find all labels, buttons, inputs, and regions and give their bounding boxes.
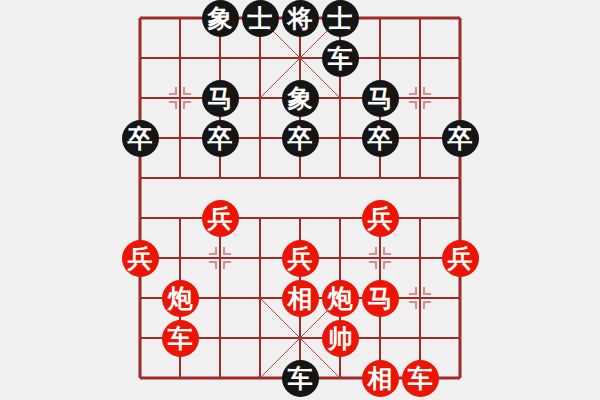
piece-black-horse[interactable]: 马 — [202, 80, 239, 117]
piece-black-advisor[interactable]: 士 — [242, 0, 279, 37]
board-point-7-3[interactable] — [400, 118, 440, 158]
board-point-0-8[interactable] — [120, 318, 160, 358]
board-point-5-0[interactable]: 士 — [320, 0, 360, 38]
board-point-7-1[interactable] — [400, 38, 440, 78]
board-point-7-5[interactable] — [400, 198, 440, 238]
board-point-2-3[interactable]: 卒 — [200, 118, 240, 158]
board-point-4-7[interactable]: 相 — [280, 278, 320, 318]
board-point-0-7[interactable] — [120, 278, 160, 318]
board-point-5-9[interactable] — [320, 358, 360, 398]
board-point-7-8[interactable] — [400, 318, 440, 358]
piece-black-elephant[interactable]: 象 — [202, 0, 239, 37]
board-point-1-6[interactable] — [160, 238, 200, 278]
board-point-4-1[interactable] — [280, 38, 320, 78]
board-point-1-9[interactable] — [160, 358, 200, 398]
board-point-3-6[interactable] — [240, 238, 280, 278]
board-point-0-9[interactable] — [120, 358, 160, 398]
board-point-8-6[interactable]: 兵 — [440, 238, 480, 278]
board-point-8-3[interactable]: 卒 — [440, 118, 480, 158]
board-point-8-1[interactable] — [440, 38, 480, 78]
board-point-1-7[interactable]: 炮 — [160, 278, 200, 318]
board-point-4-3[interactable]: 卒 — [280, 118, 320, 158]
piece-red-soldier[interactable]: 兵 — [442, 240, 479, 277]
piece-black-soldier[interactable]: 卒 — [282, 120, 319, 157]
board-point-1-5[interactable] — [160, 198, 200, 238]
board-point-0-1[interactable] — [120, 38, 160, 78]
piece-black-soldier[interactable]: 卒 — [202, 120, 239, 157]
board-point-6-2[interactable]: 马 — [360, 78, 400, 118]
board-point-3-8[interactable] — [240, 318, 280, 358]
board-point-4-4[interactable] — [280, 158, 320, 198]
board-point-2-5[interactable]: 兵 — [200, 198, 240, 238]
piece-red-soldier[interactable]: 兵 — [122, 240, 159, 277]
board-point-5-6[interactable] — [320, 238, 360, 278]
board-point-6-9[interactable]: 相 — [360, 358, 400, 398]
board-point-2-2[interactable]: 马 — [200, 78, 240, 118]
piece-red-cannon[interactable]: 炮 — [322, 280, 359, 317]
board-point-8-9[interactable] — [440, 358, 480, 398]
board-point-8-0[interactable] — [440, 0, 480, 38]
board-points-grid: 象士将士车马象马卒卒卒卒卒兵兵兵兵兵炮相炮马车帅车相车 — [120, 0, 480, 398]
board-point-3-0[interactable]: 士 — [240, 0, 280, 38]
piece-black-advisor[interactable]: 士 — [322, 0, 359, 37]
board-point-0-3[interactable]: 卒 — [120, 118, 160, 158]
piece-red-horse[interactable]: 马 — [362, 280, 399, 317]
board-point-1-8[interactable]: 车 — [160, 318, 200, 358]
xiangqi-board: 象士将士车马象马卒卒卒卒卒兵兵兵兵兵炮相炮马车帅车相车 — [0, 0, 600, 400]
piece-black-chariot[interactable]: 车 — [282, 360, 319, 397]
board-point-5-8[interactable]: 帅 — [320, 318, 360, 358]
piece-black-soldier[interactable]: 卒 — [362, 120, 399, 157]
board-point-2-7[interactable] — [200, 278, 240, 318]
board-point-2-1[interactable] — [200, 38, 240, 78]
board-point-1-3[interactable] — [160, 118, 200, 158]
board-point-1-1[interactable] — [160, 38, 200, 78]
board-point-6-7[interactable]: 马 — [360, 278, 400, 318]
board-point-3-2[interactable] — [240, 78, 280, 118]
board-point-6-8[interactable] — [360, 318, 400, 358]
board-point-2-9[interactable] — [200, 358, 240, 398]
board-point-6-6[interactable] — [360, 238, 400, 278]
board-point-3-4[interactable] — [240, 158, 280, 198]
board-point-3-9[interactable] — [240, 358, 280, 398]
board-point-0-5[interactable] — [120, 198, 160, 238]
board-point-4-5[interactable] — [280, 198, 320, 238]
board-point-5-3[interactable] — [320, 118, 360, 158]
board-point-0-6[interactable]: 兵 — [120, 238, 160, 278]
board-point-7-2[interactable] — [400, 78, 440, 118]
board-point-7-4[interactable] — [400, 158, 440, 198]
board-point-2-8[interactable] — [200, 318, 240, 358]
board-point-4-6[interactable]: 兵 — [280, 238, 320, 278]
piece-red-chariot[interactable]: 车 — [402, 360, 439, 397]
board-point-4-9[interactable]: 车 — [280, 358, 320, 398]
board-point-4-2[interactable]: 象 — [280, 78, 320, 118]
board-point-8-5[interactable] — [440, 198, 480, 238]
board-point-3-1[interactable] — [240, 38, 280, 78]
piece-black-general[interactable]: 将 — [282, 0, 319, 37]
board-point-5-2[interactable] — [320, 78, 360, 118]
piece-red-elephant[interactable]: 相 — [362, 360, 399, 397]
board-point-6-5[interactable]: 兵 — [360, 198, 400, 238]
board-point-5-5[interactable] — [320, 198, 360, 238]
board-point-1-2[interactable] — [160, 78, 200, 118]
piece-red-general[interactable]: 帅 — [322, 320, 359, 357]
piece-red-cannon[interactable]: 炮 — [162, 280, 199, 317]
board-point-6-1[interactable] — [360, 38, 400, 78]
board-point-6-4[interactable] — [360, 158, 400, 198]
piece-black-elephant[interactable]: 象 — [282, 80, 319, 117]
piece-black-soldier[interactable]: 卒 — [442, 120, 479, 157]
board-point-3-3[interactable] — [240, 118, 280, 158]
board-point-8-7[interactable] — [440, 278, 480, 318]
board-point-8-2[interactable] — [440, 78, 480, 118]
board-point-8-8[interactable] — [440, 318, 480, 358]
board-point-0-4[interactable] — [120, 158, 160, 198]
board-point-0-0[interactable] — [120, 0, 160, 38]
piece-red-soldier[interactable]: 兵 — [362, 200, 399, 237]
board-point-7-7[interactable] — [400, 278, 440, 318]
board-point-7-9[interactable]: 车 — [400, 358, 440, 398]
piece-black-horse[interactable]: 马 — [362, 80, 399, 117]
piece-red-elephant[interactable]: 相 — [282, 280, 319, 317]
piece-red-soldier[interactable]: 兵 — [282, 240, 319, 277]
board-point-8-4[interactable] — [440, 158, 480, 198]
board-point-5-1[interactable]: 车 — [320, 38, 360, 78]
board-point-1-0[interactable] — [160, 0, 200, 38]
board-point-2-4[interactable] — [200, 158, 240, 198]
board-point-5-4[interactable] — [320, 158, 360, 198]
board-point-3-5[interactable] — [240, 198, 280, 238]
piece-red-chariot[interactable]: 车 — [162, 320, 199, 357]
board-point-2-0[interactable]: 象 — [200, 0, 240, 38]
board-point-5-7[interactable]: 炮 — [320, 278, 360, 318]
board-point-1-4[interactable] — [160, 158, 200, 198]
board-point-7-6[interactable] — [400, 238, 440, 278]
board-point-7-0[interactable] — [400, 0, 440, 38]
piece-black-soldier[interactable]: 卒 — [122, 120, 159, 157]
piece-red-soldier[interactable]: 兵 — [202, 200, 239, 237]
board-point-4-0[interactable]: 将 — [280, 0, 320, 38]
board-point-6-3[interactable]: 卒 — [360, 118, 400, 158]
board-point-6-0[interactable] — [360, 0, 400, 38]
board-point-3-7[interactable] — [240, 278, 280, 318]
board-point-4-8[interactable] — [280, 318, 320, 358]
board-point-0-2[interactable] — [120, 78, 160, 118]
piece-black-chariot[interactable]: 车 — [322, 40, 359, 77]
board-point-2-6[interactable] — [200, 238, 240, 278]
